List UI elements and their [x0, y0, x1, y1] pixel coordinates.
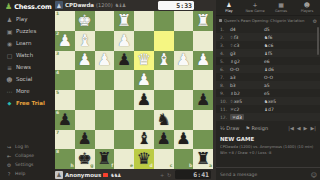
more-icon: ⋯ — [6, 88, 13, 95]
chat-input[interactable] — [216, 171, 306, 178]
players-icon: ☻ — [304, 2, 310, 8]
move-nav-buttons: |◀◀▶▶| — [288, 125, 316, 131]
clock-settings-icon[interactable]: ◦ — [193, 3, 196, 9]
square-h8[interactable]: 8h — [55, 149, 75, 169]
square-d3[interactable]: ♛ — [134, 51, 154, 71]
move-white-5[interactable]: ♗g2 — [230, 59, 264, 64]
nav-back-icon[interactable]: ◀ — [297, 125, 301, 131]
square-g7[interactable]: ♟ — [75, 130, 95, 150]
opponent-captured-pieces: ♞♝♟ — [115, 2, 125, 8]
move-white-11[interactable]: ♕c2 — [230, 107, 264, 112]
move-row-11: 11.♕c2♝d7 — [216, 105, 320, 113]
square-d7[interactable]: ♝ — [134, 130, 154, 150]
file-label-b: b — [189, 164, 192, 169]
white-pawn-e2: ♟ — [117, 33, 131, 49]
white-rook-e1: ♜ — [117, 13, 131, 29]
learn-icon: ◉ — [6, 40, 13, 47]
square-h5[interactable]: 5 — [55, 90, 75, 110]
sidebar-footer-collapse[interactable]: ⇤Collapse — [0, 151, 55, 160]
file-label-d: d — [150, 164, 153, 169]
square-e2[interactable]: ♟ — [114, 31, 134, 51]
move-row-8: 8.b3a5 — [216, 81, 320, 89]
draw-button[interactable]: ½ Draw — [220, 125, 239, 131]
square-e7[interactable] — [114, 130, 134, 150]
square-g4[interactable] — [75, 70, 95, 90]
logo-text: Chess.com — [14, 3, 51, 11]
white-bishop-g2: ♝ — [77, 33, 91, 49]
move-white-2[interactable]: ♘f3 — [230, 35, 264, 40]
rank-label-3: 3 — [56, 52, 59, 57]
black-pawn-c7: ♟ — [156, 131, 170, 147]
white-queen-d3: ♛ — [137, 52, 151, 68]
square-b6[interactable] — [174, 110, 194, 130]
square-c6[interactable]: ♞ — [154, 110, 174, 130]
square-f8[interactable]: f♜ — [95, 149, 115, 169]
move-white-3[interactable]: ♘c3 — [230, 43, 264, 48]
sidebar: ♟ Chess.com ♟Play▣Puzzles◉Learn▢Watch≡Ne… — [0, 0, 55, 180]
square-f7[interactable] — [95, 130, 115, 150]
move-white-12[interactable]: ♕d3 — [230, 115, 264, 120]
file-label-e: e — [130, 164, 133, 169]
play-icon: ♟ — [6, 16, 13, 23]
square-b4[interactable] — [174, 70, 194, 90]
square-g2[interactable]: ♝ — [75, 31, 95, 51]
opening-name[interactable]: Queen's Pawn Opening: Chigorin Variation — [224, 18, 310, 23]
square-h6[interactable]: 6♟ — [55, 110, 75, 130]
square-a2[interactable] — [193, 31, 213, 51]
square-d8[interactable]: d♛ — [134, 149, 154, 169]
logo-pawn-icon: ♟ — [5, 3, 12, 11]
new-game-stakes: Win +8 / Draw +0 / Loss -8 — [220, 150, 316, 155]
move-row-12: 12.♕d3 — [216, 113, 320, 121]
chesscom-logo[interactable]: ♟ Chess.com — [0, 0, 55, 13]
sidebar-footer: ↪Log In⇤Collapse⚙Settings?Help — [0, 142, 55, 178]
sidebar-footer-log-in[interactable]: ↪Log In — [0, 142, 55, 151]
square-e3[interactable]: ♟ — [114, 51, 134, 71]
opponent-avatar[interactable]: ♟ — [55, 1, 63, 9]
move-white-1[interactable]: d4 — [230, 27, 264, 32]
black-pawn-h6: ♟ — [58, 112, 72, 128]
opening-book-icon — [219, 19, 222, 22]
square-a8[interactable]: a♜ — [193, 149, 213, 169]
move-white-4[interactable]: g3 — [230, 51, 264, 56]
rank-label-4: 4 — [56, 71, 59, 76]
square-f5[interactable] — [95, 90, 115, 110]
square-a4[interactable] — [193, 70, 213, 90]
player-name[interactable]: Anonymous — [65, 172, 101, 178]
white-pawn-b3: ♟ — [176, 52, 190, 68]
square-f1[interactable] — [95, 11, 115, 31]
square-e5[interactable] — [114, 90, 134, 110]
move-row-7: 7.a3O-O — [216, 73, 320, 81]
white-pawn-d4: ♟ — [137, 72, 151, 88]
square-d5[interactable]: ♟ — [134, 90, 154, 110]
draw-icon: ½ — [220, 125, 225, 131]
square-d6[interactable] — [134, 110, 154, 130]
sidebar-item-more[interactable]: ⋯More — [0, 85, 55, 97]
rank-label-2: 2 — [56, 32, 59, 37]
move-black-6[interactable]: ♝d6 — [264, 67, 298, 72]
sidebar-item-social[interactable]: ☻Social — [0, 73, 55, 85]
square-a6[interactable] — [193, 110, 213, 130]
player-flag-icon — [103, 173, 108, 177]
square-e4[interactable] — [114, 70, 134, 90]
move-row-9: 9.♗b2e5 — [216, 89, 320, 97]
square-c7[interactable]: ♟ — [154, 130, 174, 150]
square-f4[interactable] — [95, 70, 115, 90]
move-row-10: 10.♘xe5♞xe5 — [216, 97, 320, 105]
new-game-section: NEW GAME CPDawda (1200) vs. Anonymous (1… — [216, 134, 320, 157]
play-icon: ♟ — [226, 2, 231, 8]
black-pawn-g7: ♟ — [77, 131, 91, 147]
move-row-3: 3.♘c3♞c6 — [216, 41, 320, 49]
rank-label-8: 8 — [56, 150, 59, 155]
square-h4[interactable]: 4 — [55, 70, 75, 90]
file-label-g: g — [90, 164, 93, 169]
draw-label: Draw — [226, 125, 239, 131]
tab-play[interactable]: ♟Play — [216, 0, 242, 15]
sidebar-item-learn[interactable]: ◉Learn — [0, 37, 55, 49]
white-rook-a1: ♜ — [196, 13, 210, 29]
add-time-icon[interactable]: + — [160, 172, 164, 178]
log-in-icon: ↪ — [6, 144, 12, 150]
nav-forward-icon[interactable]: ▶ — [304, 125, 308, 131]
square-a5[interactable]: ♟ — [193, 90, 213, 110]
move-row-4: 4.g3♝f5 — [216, 49, 320, 57]
help-icon: ? — [6, 171, 12, 177]
square-c5[interactable] — [154, 90, 174, 110]
square-e1[interactable]: ♜ — [114, 11, 134, 31]
move-black-10[interactable]: ♞xe5 — [264, 99, 298, 104]
move-white-10[interactable]: ♘xe5 — [230, 99, 264, 104]
square-a1[interactable]: ♜ — [193, 11, 213, 31]
new-game-title: NEW GAME — [220, 136, 316, 142]
resign-button[interactable]: ⚑ Resign — [245, 125, 268, 131]
sidebar-item-news[interactable]: ≡News — [0, 61, 55, 73]
sidebar-item-play[interactable]: ♟Play — [0, 13, 55, 25]
square-g3[interactable]: ♟ — [75, 51, 95, 71]
rank-label-7: 7 — [56, 131, 59, 136]
square-h1[interactable]: 1 — [55, 11, 75, 31]
tab-new-game[interactable]: +New Game — [242, 0, 268, 15]
move-black-2[interactable]: ♞f6 — [264, 35, 298, 40]
white-king-g1: ♚ — [77, 13, 91, 29]
chess-board: 1♚♜♜2♟♝♟3♟♟♟♛♝♟♟4♟5♟♟6♟♞7♟♝♟♟8hg♚f♜ed♛cb… — [55, 11, 213, 169]
new-game-icon: + — [252, 2, 257, 8]
rank-label-1: 1 — [56, 12, 59, 17]
collapse-icon: ⇤ — [6, 153, 12, 159]
square-g8[interactable]: g♚ — [75, 149, 95, 169]
move-white-9[interactable]: ♗b2 — [230, 91, 264, 96]
move-black-4[interactable]: ♝f5 — [264, 51, 298, 56]
file-label-a: a — [209, 164, 212, 169]
rank-label-6: 6 — [56, 111, 59, 116]
square-d2[interactable] — [134, 31, 154, 51]
file-label-f: f — [111, 164, 113, 169]
square-g6[interactable] — [75, 110, 95, 130]
tab-games[interactable]: ▦Games — [268, 0, 294, 15]
black-pawn-b7: ♟ — [176, 131, 190, 147]
resign-label: Resign — [251, 125, 268, 131]
square-f6[interactable] — [95, 110, 115, 130]
sidebar-item-watch[interactable]: ▢Watch — [0, 49, 55, 61]
black-rook-f8: ♜ — [97, 151, 111, 167]
square-d1[interactable] — [134, 11, 154, 31]
square-h7[interactable]: 7 — [55, 130, 75, 150]
panel-tabs: ♟Play+New Game▦Games☻Players — [216, 0, 320, 16]
white-bishop-c3: ♝ — [156, 52, 170, 68]
sidebar-nav: ♟Play▣Puzzles◉Learn▢Watch≡News☻Social⋯Mo… — [0, 13, 55, 108]
player-avatar[interactable]: ♟ — [55, 171, 63, 179]
square-a3[interactable]: ♟ — [193, 51, 213, 71]
white-pawn-a3: ♟ — [196, 52, 210, 68]
move-white-7[interactable]: a3 — [230, 75, 264, 80]
square-b3[interactable]: ♟ — [174, 51, 194, 71]
watch-icon: ▢ — [6, 52, 13, 59]
nav-first-icon[interactable]: |◀ — [288, 125, 294, 131]
black-pawn-a5: ♟ — [196, 92, 210, 108]
resign-flag-icon: ⚑ — [245, 125, 249, 131]
move-row-5: 5.♗g2e6 — [216, 57, 320, 65]
puzzles-icon: ▣ — [6, 28, 13, 35]
white-pawn-g3: ♟ — [77, 52, 91, 68]
square-c4[interactable] — [154, 70, 174, 90]
file-label-c: c — [170, 164, 173, 169]
black-knight-c6: ♞ — [156, 112, 170, 128]
white-pawn-f3: ♟ — [97, 52, 111, 68]
square-b5[interactable] — [174, 90, 194, 110]
white-clock: 5:33 — [158, 1, 194, 10]
player-captured-pieces: ♞♞♟ — [110, 172, 120, 178]
emoji-smiley-icon[interactable]: ☺ — [311, 171, 320, 178]
square-d4[interactable]: ♟ — [134, 70, 154, 90]
move-row-6: 6.O-O♝d6 — [216, 65, 320, 73]
move-black-9[interactable]: e5 — [264, 91, 298, 96]
square-c3[interactable]: ♝ — [154, 51, 174, 71]
sidebar-item-puzzles[interactable]: ▣Puzzles — [0, 25, 55, 37]
move-row-2: 2.♘f3♞f6 — [216, 33, 320, 41]
move-black-1[interactable]: d5 — [264, 27, 298, 32]
square-e8[interactable]: e — [114, 149, 134, 169]
square-f2[interactable] — [95, 31, 115, 51]
square-c1[interactable] — [154, 11, 174, 31]
chat-bar: ☺ — [216, 167, 320, 180]
scrollbar[interactable] — [317, 27, 319, 55]
move-black-3[interactable]: ♞c6 — [264, 43, 298, 48]
file-label-h: h — [71, 164, 74, 169]
square-g5[interactable] — [75, 90, 95, 110]
move-black-5[interactable]: e6 — [264, 59, 298, 64]
move-black-8[interactable]: a5 — [264, 83, 298, 88]
social-icon: ☻ — [6, 76, 13, 83]
square-b2[interactable] — [174, 31, 194, 51]
nav-last-icon[interactable]: ▶| — [310, 125, 316, 131]
square-b8[interactable]: b — [174, 149, 194, 169]
opening-row: Queen's Pawn Opening: Chigorin Variation… — [216, 16, 320, 25]
square-a7[interactable] — [193, 130, 213, 150]
new-game-matchup: CPDawda (1200) vs. Anonymous (1400) (10 … — [220, 144, 316, 149]
trial-diamond-icon: ◆ — [6, 100, 13, 106]
chess-app-window: ♟ Chess.com ♟Play▣Puzzles◉Learn▢Watch≡Ne… — [0, 0, 320, 180]
settings-icon: ⚙ — [6, 162, 12, 168]
move-white-6[interactable]: O-O — [230, 67, 264, 72]
square-h2[interactable]: 2♟ — [55, 31, 75, 51]
move-row-1: 1.d4d5 — [216, 25, 320, 33]
tab-players[interactable]: ☻Players — [294, 0, 320, 15]
square-e6[interactable] — [114, 110, 134, 130]
opponent-name[interactable]: CPDawda — [65, 2, 94, 8]
sidebar-item-free-trial[interactable]: ◆Free Trial — [0, 97, 55, 108]
black-pawn-d5: ♟ — [137, 92, 151, 108]
black-clock: 6:41 — [175, 170, 211, 179]
opponent-rating: (1200) — [96, 2, 113, 8]
sidebar-footer-help[interactable]: ?Help — [0, 169, 55, 178]
square-b1[interactable] — [174, 11, 194, 31]
move-list: 1.d4d52.♘f3♞f63.♘c3♞c64.g3♝f55.♗g2e66.O-… — [216, 25, 320, 122]
action-bar: ½ Draw ⚑ Resign |◀◀▶▶| — [216, 122, 320, 134]
rank-label-5: 5 — [56, 91, 59, 96]
black-pawn-e3: ♟ — [117, 52, 131, 68]
square-h3[interactable]: 3 — [55, 51, 75, 71]
gear-icon[interactable]: ⚙ — [313, 18, 317, 24]
square-b7[interactable]: ♟ — [174, 130, 194, 150]
square-g1[interactable]: ♚ — [75, 11, 95, 31]
side-panel: ♟Play+New Game▦Games☻Players Queen's Paw… — [216, 0, 320, 180]
game-area: ♟ CPDawda (1200) ♞♝♟ 5:33 ◦ 1♚♜♜2♟♝♟3♟♟♟… — [55, 0, 216, 180]
black-bishop-d7: ♝ — [137, 131, 151, 147]
flip-board-icon[interactable]: ↻ — [167, 172, 171, 178]
games-icon: ▦ — [278, 2, 284, 8]
news-icon: ≡ — [6, 64, 13, 71]
sidebar-footer-settings[interactable]: ⚙Settings — [0, 160, 55, 169]
square-c2[interactable] — [154, 31, 174, 51]
square-c8[interactable]: c — [154, 149, 174, 169]
move-black-11[interactable]: ♝d7 — [264, 107, 298, 112]
move-white-8[interactable]: b3 — [230, 83, 264, 88]
square-f3[interactable]: ♟ — [95, 51, 115, 71]
move-black-7[interactable]: O-O — [264, 75, 298, 80]
white-pawn-h2: ♟ — [58, 33, 72, 49]
